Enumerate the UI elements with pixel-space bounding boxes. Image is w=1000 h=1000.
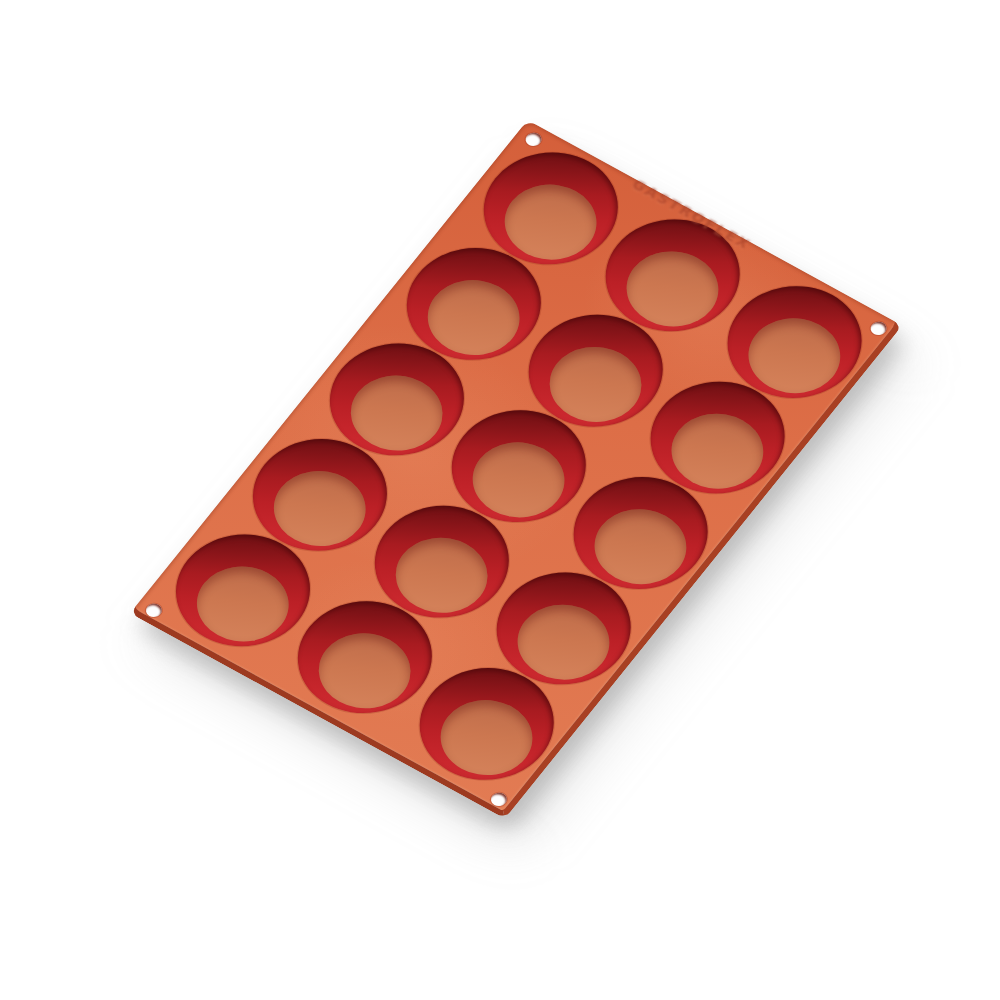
corner-hole-1 [522,130,544,148]
corner-hole-2 [867,319,889,337]
cavity-floor [179,552,306,656]
product-photo-stage: GASTROFLEX [0,0,1000,1000]
corner-hole-3 [143,601,165,619]
corner-hole-4 [488,790,510,808]
cavity-floor [301,619,428,723]
cavity-floor [423,686,550,790]
